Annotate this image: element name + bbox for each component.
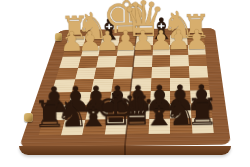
square-a3[interactable] bbox=[188, 55, 207, 66]
square-f3[interactable] bbox=[96, 56, 116, 67]
square-f4[interactable] bbox=[94, 67, 115, 79]
brass-hinge-icon bbox=[55, 33, 62, 41]
piece-white-pawn[interactable]: ♟ bbox=[184, 26, 208, 53]
square-e4[interactable] bbox=[113, 67, 133, 79]
piece-black-rook[interactable]: ♜ bbox=[186, 93, 219, 130]
board-squares-grid: ♜♞♝♚♛♝♞♜♟♟♟♟♟♟♟♟♟♟♟♟♟♟♟♟♜♞♝♚♛♝♞♜ bbox=[39, 35, 214, 136]
square-a4[interactable] bbox=[189, 66, 209, 78]
square-b3[interactable] bbox=[170, 55, 188, 66]
square-c4[interactable] bbox=[151, 66, 170, 78]
product-photo-canvas: ♜♞♝♚♛♝♞♜♟♟♟♟♟♟♟♟♟♟♟♟♟♟♟♟♜♞♝♚♛♝♞♜ bbox=[0, 0, 250, 167]
square-c3[interactable] bbox=[152, 55, 170, 66]
square-d4[interactable] bbox=[132, 67, 152, 79]
chessboard-scene: ♜♞♝♚♛♝♞♜♟♟♟♟♟♟♟♟♟♟♟♟♟♟♟♟♜♞♝♚♛♝♞♜ bbox=[0, 0, 250, 167]
square-a2[interactable]: ♟ bbox=[187, 44, 205, 55]
brass-clasp-icon bbox=[24, 113, 33, 122]
board-front-edge bbox=[19, 146, 231, 155]
square-e3[interactable] bbox=[115, 56, 135, 67]
folding-chessboard: ♜♞♝♚♛♝♞♜♟♟♟♟♟♟♟♟♟♟♟♟♟♟♟♟♜♞♝♚♛♝♞♜ bbox=[19, 28, 231, 148]
square-d3[interactable] bbox=[133, 56, 152, 67]
square-a8[interactable]: ♜ bbox=[191, 118, 214, 134]
square-b4[interactable] bbox=[170, 66, 189, 78]
